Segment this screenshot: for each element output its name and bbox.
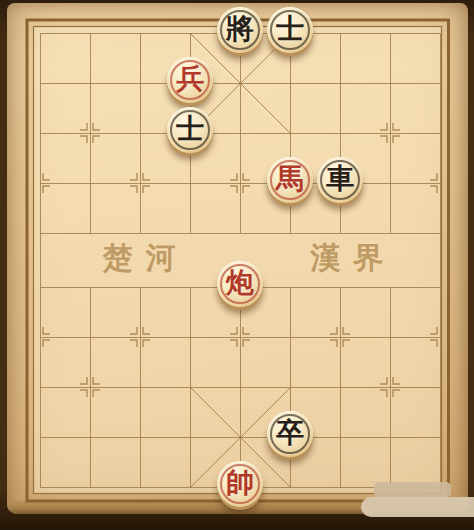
piece-glyph: 卒 [276, 419, 304, 447]
game-screen: 楚河 漢界 將士兵士馬車炮卒帥 [0, 0, 474, 530]
piece-glyph: 車 [326, 165, 354, 193]
piece-black-general[interactable]: 將 [217, 7, 263, 53]
pieces-layer: 將士兵士馬車炮卒帥 [15, 8, 465, 512]
piece-glyph: 將 [226, 15, 254, 43]
piece-glyph: 炮 [226, 269, 254, 297]
piece-glyph: 士 [276, 15, 304, 43]
piece-black-advisor-1[interactable]: 士 [267, 7, 313, 53]
piece-glyph: 帥 [226, 469, 254, 497]
piece-glyph: 馬 [276, 165, 304, 193]
piece-black-chariot[interactable]: 車 [317, 157, 363, 203]
piece-red-horse[interactable]: 馬 [267, 157, 313, 203]
piece-black-soldier[interactable]: 卒 [267, 411, 313, 457]
piece-red-general[interactable]: 帥 [217, 461, 263, 507]
piece-glyph: 士 [176, 115, 204, 143]
piece-glyph: 兵 [176, 65, 204, 93]
piece-black-advisor-2[interactable]: 士 [167, 107, 213, 153]
piece-red-cannon[interactable]: 炮 [217, 261, 263, 307]
piece-red-soldier[interactable]: 兵 [167, 57, 213, 103]
